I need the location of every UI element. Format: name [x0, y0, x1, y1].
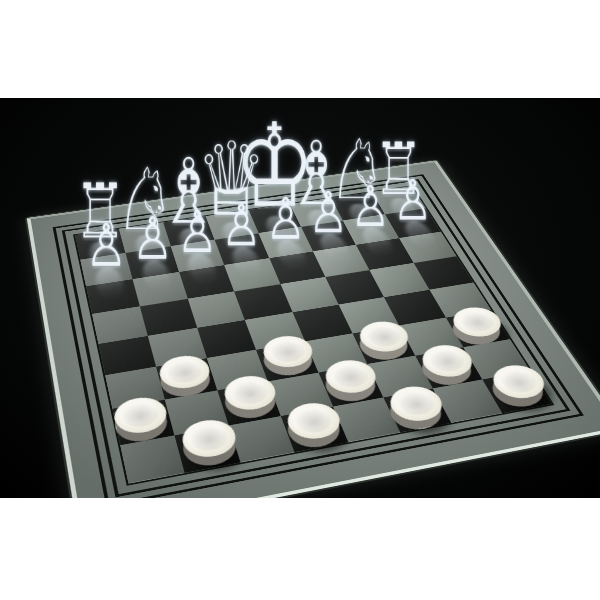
square-e7[interactable]: ♙	[258, 227, 313, 258]
square-a1[interactable]	[120, 435, 185, 484]
glass-pawn[interactable]: ♙	[265, 190, 305, 247]
glass-board-plate: ♖♘♗♕♔♗♘♖♙♙♙♙♙♙♙♙	[27, 160, 600, 498]
square-f7[interactable]: ♙	[301, 221, 356, 252]
square-c1[interactable]	[228, 416, 294, 463]
glass-pawn[interactable]: ♙	[393, 172, 432, 228]
square-b1[interactable]	[175, 425, 241, 473]
board-grid: ♖♘♗♕♔♗♘♖♙♙♙♙♙♙♙♙	[75, 186, 551, 483]
glass-pawn[interactable]: ♙	[132, 209, 173, 268]
square-a6[interactable]	[86, 279, 140, 314]
glass-pawn[interactable]: ♙	[308, 184, 348, 241]
square-a5[interactable]	[92, 306, 148, 343]
perspective-scene: ♖♘♗♕♔♗♘♖♙♙♙♙♙♙♙♙	[0, 98, 600, 498]
checker-disc[interactable]	[259, 341, 318, 379]
checker-disc[interactable]	[446, 312, 507, 348]
checker-disc[interactable]	[416, 350, 479, 389]
checker-disc[interactable]	[178, 425, 240, 470]
glass-pawn[interactable]: ♙	[86, 216, 127, 275]
bottom-white-margin	[0, 498, 600, 600]
glass-pawn[interactable]: ♙	[351, 178, 391, 235]
glass-pawn[interactable]: ♙	[221, 197, 261, 255]
checker-disc[interactable]	[283, 408, 347, 452]
square-e5[interactable]	[280, 277, 338, 312]
square-h5[interactable]	[413, 256, 473, 289]
product-photo-page: ♖♘♗♕♔♗♘♖♙♙♙♙♙♙♙♙	[0, 0, 600, 600]
checker-disc[interactable]	[220, 381, 281, 422]
glass-pawn[interactable]: ♙	[177, 203, 218, 261]
photo-area: ♖♘♗♕♔♗♘♖♙♙♙♙♙♙♙♙	[0, 98, 600, 498]
square-b6[interactable]	[133, 272, 188, 307]
square-d5[interactable]	[234, 284, 292, 319]
top-white-margin	[0, 0, 600, 98]
square-e4[interactable]	[292, 304, 352, 341]
square-c7[interactable]: ♙	[171, 240, 225, 272]
